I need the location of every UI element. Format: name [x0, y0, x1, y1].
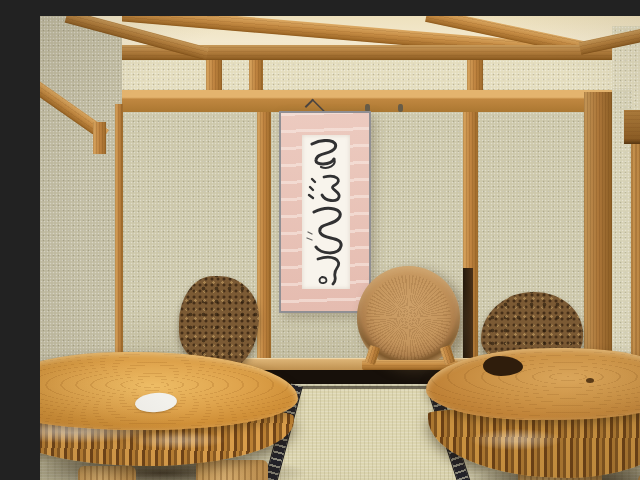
shadow-slot: [463, 268, 473, 368]
scroll-paper-panel: [302, 135, 350, 289]
table-left-white-spot: [134, 391, 177, 414]
upper-band-post-right: [467, 60, 483, 92]
beam-hook-icon: [398, 104, 403, 112]
left-corner-trim: [115, 104, 123, 368]
upper-band-post-corner: [206, 60, 222, 92]
right-corner-post: [584, 92, 612, 368]
table-right-knot: [586, 378, 594, 383]
table-left-leg: [196, 460, 268, 480]
crown-molding: [40, 45, 612, 60]
wall-post-left: [257, 112, 271, 368]
left-wall: [40, 16, 122, 368]
doorway-lintel: [624, 110, 640, 144]
table-right-natural-hole: [483, 356, 523, 376]
calligraphy-ink-strokes: [302, 135, 350, 289]
calligraphy-scroll: [279, 111, 371, 313]
upper-wall-band: [40, 60, 612, 92]
washitsu-room-photo: Traditional Japanese tatami room with wo…: [40, 16, 640, 480]
upper-band-post-left: [249, 60, 263, 92]
left-rail-end-block: [93, 122, 106, 154]
table-left-leg: [78, 466, 136, 480]
